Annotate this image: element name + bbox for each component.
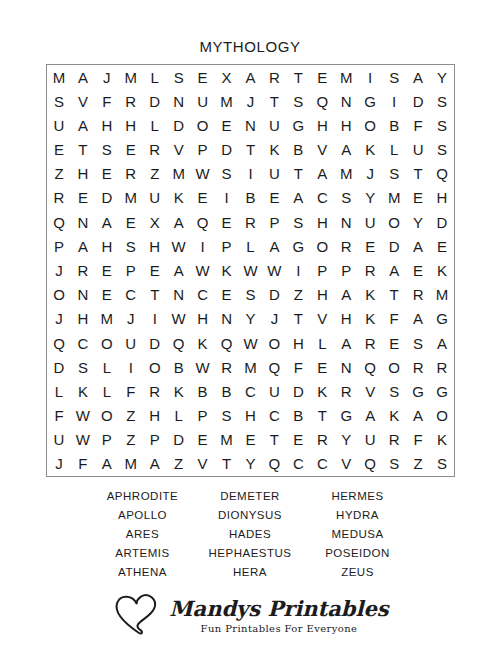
grid-cell: G	[430, 307, 454, 331]
grid-cell: S	[71, 355, 95, 379]
grid-cell: O	[382, 210, 406, 234]
grid-cell: E	[310, 65, 334, 89]
grid-cell: Q	[47, 331, 71, 355]
grid-cell: T	[239, 138, 263, 162]
grid-cell: G	[358, 89, 382, 113]
grid-cell: A	[334, 283, 358, 307]
grid-cell: R	[406, 355, 430, 379]
grid-cell: J	[47, 452, 71, 476]
grid-cell: L	[239, 234, 263, 258]
grid-cell: J	[47, 258, 71, 282]
grid-cell: B	[286, 138, 310, 162]
grid-cell: Z	[406, 452, 430, 476]
grid-cell: R	[119, 162, 143, 186]
grid-cell: A	[382, 258, 406, 282]
grid-cell: H	[334, 113, 358, 137]
word-list: APHRODITEAPOLLOARESARTEMISATHENADEMETERD…	[0, 487, 500, 582]
grid-cell: W	[191, 162, 215, 186]
grid-cell: P	[191, 403, 215, 427]
grid-cell: C	[262, 403, 286, 427]
grid-cell: O	[430, 403, 454, 427]
grid-cell: K	[430, 258, 454, 282]
word-list-item: ARTEMIS	[90, 544, 195, 563]
grid-cell: Q	[191, 210, 215, 234]
grid-cell: S	[239, 283, 263, 307]
grid-cell: Q	[358, 452, 382, 476]
grid-cell: G	[334, 403, 358, 427]
grid-cell: Q	[310, 89, 334, 113]
brand-logo: Mandys Printables Fun Printables For Eve…	[0, 588, 500, 642]
grid-cell: H	[95, 113, 119, 137]
grid-cell: N	[167, 89, 191, 113]
grid-cell: V	[167, 138, 191, 162]
grid-cell: O	[47, 283, 71, 307]
grid-cell: T	[262, 89, 286, 113]
grid-cell: Q	[358, 355, 382, 379]
grid-cell: H	[95, 234, 119, 258]
grid-cell: R	[358, 258, 382, 282]
grid-cell: R	[310, 428, 334, 452]
grid-cell: Z	[47, 162, 71, 186]
grid-cell: R	[143, 138, 167, 162]
grid-cell: J	[239, 89, 263, 113]
grid-cell: D	[95, 186, 119, 210]
grid-cell: D	[47, 355, 71, 379]
grid-cell: H	[430, 186, 454, 210]
grid-cell: I	[143, 307, 167, 331]
word-list-column-2: DEMETERDIONYSUSHADESHEPHAESTUSHERA	[195, 487, 305, 582]
grid-cell: A	[239, 65, 263, 89]
grid-cell: R	[262, 65, 286, 89]
grid-cell: U	[262, 379, 286, 403]
grid-cell: E	[310, 355, 334, 379]
grid-cell: B	[191, 379, 215, 403]
grid-cell: M	[215, 89, 239, 113]
grid-cell: R	[334, 234, 358, 258]
grid-cell: F	[71, 452, 95, 476]
grid-cell: T	[286, 162, 310, 186]
grid-cell: L	[47, 379, 71, 403]
grid-cell: V	[71, 89, 95, 113]
grid-cell: I	[239, 162, 263, 186]
grid-cell: E	[191, 65, 215, 89]
grid-cell: O	[95, 331, 119, 355]
grid-cell: A	[310, 162, 334, 186]
grid-cell: E	[406, 258, 430, 282]
grid-cell: F	[119, 379, 143, 403]
grid-cell: C	[310, 186, 334, 210]
word-list-item: HADES	[195, 525, 305, 544]
grid-cell: C	[119, 283, 143, 307]
grid-cell: Y	[334, 428, 358, 452]
grid-cell: I	[215, 186, 239, 210]
grid-cell: I	[358, 65, 382, 89]
grid-cell: O	[358, 113, 382, 137]
grid-cell: W	[167, 234, 191, 258]
grid-cell: P	[95, 428, 119, 452]
grid-cell: E	[262, 186, 286, 210]
grid-cell: L	[95, 379, 119, 403]
grid-cell: K	[358, 307, 382, 331]
grid-cell: K	[191, 331, 215, 355]
grid-cell: E	[286, 428, 310, 452]
word-list-column-3: HERMESHYDRAMEDUSAPOSEIDONZEUS	[305, 487, 410, 582]
word-list-item: MEDUSA	[305, 525, 410, 544]
grid-cell: V	[310, 307, 334, 331]
grid-cell: E	[71, 186, 95, 210]
grid-cell: A	[406, 234, 430, 258]
word-list-item: ZEUS	[305, 563, 410, 582]
grid-cell: D	[143, 89, 167, 113]
grid-cell: F	[382, 307, 406, 331]
grid-cell: P	[191, 138, 215, 162]
grid-cell: L	[143, 65, 167, 89]
grid-cell: C	[71, 331, 95, 355]
grid-cell: A	[167, 258, 191, 282]
grid-cell: A	[71, 113, 95, 137]
grid-cell: E	[95, 162, 119, 186]
grid-cell: B	[239, 186, 263, 210]
grid-cell: P	[143, 428, 167, 452]
word-grid: MAJMLSEXARTEMISAYSVFRDNUMJTSQNGIDSUAHHLD…	[46, 64, 455, 477]
grid-cell: H	[191, 307, 215, 331]
grid-cell: M	[167, 162, 191, 186]
grid-cell: T	[286, 307, 310, 331]
grid-cell: J	[358, 162, 382, 186]
brand-tagline: Fun Printables For Everyone	[201, 623, 358, 634]
grid-cell: M	[334, 162, 358, 186]
grid-cell: K	[430, 428, 454, 452]
grid-cell: S	[286, 89, 310, 113]
word-list-item: HERMES	[305, 487, 410, 506]
grid-cell: C	[286, 452, 310, 476]
grid-cell: B	[286, 403, 310, 427]
grid-cell: D	[406, 89, 430, 113]
grid-cell: C	[191, 283, 215, 307]
grid-cell: H	[310, 283, 334, 307]
grid-cell: C	[239, 379, 263, 403]
grid-cell: T	[262, 428, 286, 452]
grid-cell: M	[119, 186, 143, 210]
grid-cell: I	[191, 234, 215, 258]
grid-cell: T	[286, 65, 310, 89]
grid-cell: S	[430, 89, 454, 113]
grid-cell: K	[358, 283, 382, 307]
grid-cell: S	[382, 65, 406, 89]
grid-cell: P	[119, 258, 143, 282]
grid-cell: D	[286, 379, 310, 403]
grid-cell: T	[406, 162, 430, 186]
grid-cell: K	[215, 258, 239, 282]
grid-cell: E	[239, 428, 263, 452]
grid-cell: R	[406, 283, 430, 307]
grid-cell: A	[334, 138, 358, 162]
grid-cell: G	[286, 113, 310, 137]
grid-cell: Q	[47, 210, 71, 234]
grid-cell: P	[215, 234, 239, 258]
grid-cell: V	[191, 452, 215, 476]
grid-cell: O	[310, 234, 334, 258]
grid-cell: A	[71, 65, 95, 89]
grid-cell: D	[143, 331, 167, 355]
grid-cell: H	[286, 331, 310, 355]
grid-cell: R	[358, 331, 382, 355]
grid-cell: M	[430, 283, 454, 307]
grid-cell: A	[167, 210, 191, 234]
grid-cell: E	[215, 210, 239, 234]
grid-cell: Y	[239, 307, 263, 331]
grid-cell: W	[71, 428, 95, 452]
grid-cell: R	[430, 355, 454, 379]
grid-cell: A	[406, 65, 430, 89]
grid-cell: V	[358, 379, 382, 403]
grid-cell: Y	[406, 210, 430, 234]
grid-cell: F	[406, 428, 430, 452]
word-list-item: DIONYSUS	[195, 506, 305, 525]
grid-cell: L	[143, 113, 167, 137]
grid-cell: H	[143, 234, 167, 258]
grid-cell: F	[406, 113, 430, 137]
grid-cell: D	[167, 113, 191, 137]
grid-cell: N	[334, 355, 358, 379]
grid-cell: M	[119, 65, 143, 89]
grid-cell: P	[262, 210, 286, 234]
grid-cell: K	[382, 403, 406, 427]
grid-cell: D	[215, 138, 239, 162]
grid-cell: L	[310, 331, 334, 355]
grid-cell: D	[430, 210, 454, 234]
grid-cell: K	[167, 186, 191, 210]
grid-cell: A	[143, 452, 167, 476]
grid-cell: Z	[167, 452, 191, 476]
grid-cell: W	[191, 355, 215, 379]
word-list-item: ARES	[90, 525, 195, 544]
grid-cell: R	[143, 379, 167, 403]
grid-cell: A	[406, 307, 430, 331]
grid-cell: O	[143, 355, 167, 379]
grid-cell: J	[47, 307, 71, 331]
grid-cell: L	[382, 138, 406, 162]
grid-cell: I	[119, 355, 143, 379]
grid-cell: A	[95, 210, 119, 234]
grid-cell: E	[191, 186, 215, 210]
grid-cell: H	[239, 403, 263, 427]
grid-cell: O	[262, 331, 286, 355]
grid-cell: X	[215, 65, 239, 89]
grid-cell: P	[310, 258, 334, 282]
grid-cell: M	[239, 355, 263, 379]
grid-cell: Z	[143, 162, 167, 186]
grid-cell: E	[119, 138, 143, 162]
grid-cell: T	[71, 138, 95, 162]
grid-cell: N	[215, 307, 239, 331]
grid-cell: S	[334, 186, 358, 210]
grid-cell: G	[406, 379, 430, 403]
grid-cell: E	[358, 234, 382, 258]
grid-cell: R	[47, 186, 71, 210]
grid-cell: S	[167, 65, 191, 89]
grid-cell: T	[143, 283, 167, 307]
grid-cell: A	[430, 331, 454, 355]
grid-cell: Q	[262, 355, 286, 379]
grid-cell: J	[119, 307, 143, 331]
grid-cell: T	[382, 283, 406, 307]
grid-cell: E	[47, 138, 71, 162]
grid-cell: R	[215, 355, 239, 379]
grid-cell: U	[47, 428, 71, 452]
grid-cell: T	[215, 452, 239, 476]
grid-cell: K	[167, 379, 191, 403]
grid-cell: A	[71, 234, 95, 258]
grid-cell: E	[382, 331, 406, 355]
word-list-item: ATHENA	[90, 563, 195, 582]
grid-cell: S	[382, 379, 406, 403]
grid-cell: W	[262, 258, 286, 282]
grid-cell: U	[191, 89, 215, 113]
grid-cell: V	[334, 452, 358, 476]
grid-cell: I	[382, 89, 406, 113]
grid-cell: R	[382, 428, 406, 452]
grid-cell: Y	[430, 65, 454, 89]
grid-cell: Y	[239, 452, 263, 476]
brand-name: Mandys Printables	[169, 597, 388, 621]
grid-cell: F	[47, 403, 71, 427]
grid-cell: Z	[119, 428, 143, 452]
grid-cell: U	[119, 331, 143, 355]
grid-cell: E	[215, 283, 239, 307]
grid-cell: U	[406, 138, 430, 162]
grid-cell: H	[310, 210, 334, 234]
grid-cell: E	[191, 428, 215, 452]
grid-cell: M	[95, 307, 119, 331]
word-list-item: HERA	[195, 563, 305, 582]
grid-cell: H	[71, 162, 95, 186]
grid-cell: L	[95, 355, 119, 379]
grid-cell: U	[143, 186, 167, 210]
grid-cell: A	[262, 234, 286, 258]
grid-cell: S	[430, 113, 454, 137]
grid-cell: A	[406, 403, 430, 427]
grid-cell: K	[71, 379, 95, 403]
grid-cell: S	[95, 138, 119, 162]
grid-cell: G	[430, 379, 454, 403]
grid-cell: L	[167, 403, 191, 427]
grid-cell: A	[358, 403, 382, 427]
heart-icon	[109, 585, 168, 644]
grid-cell: W	[239, 331, 263, 355]
grid-cell: M	[215, 428, 239, 452]
grid-cell: K	[262, 138, 286, 162]
grid-cell: S	[406, 331, 430, 355]
grid-cell: W	[71, 403, 95, 427]
grid-cell: O	[95, 403, 119, 427]
grid-cell: S	[286, 210, 310, 234]
word-list-item: DEMETER	[195, 487, 305, 506]
page-title: MYTHOLOGY	[0, 38, 500, 55]
grid-cell: S	[430, 452, 454, 476]
grid-cell: N	[167, 283, 191, 307]
grid-cell: R	[71, 258, 95, 282]
grid-cell: Q	[215, 331, 239, 355]
grid-cell: H	[71, 307, 95, 331]
grid-cell: M	[334, 65, 358, 89]
grid-cell: H	[143, 403, 167, 427]
grid-cell: P	[47, 234, 71, 258]
grid-cell: J	[95, 65, 119, 89]
grid-cell: U	[358, 210, 382, 234]
grid-cell: S	[430, 138, 454, 162]
grid-cell: E	[95, 283, 119, 307]
grid-cell: N	[71, 283, 95, 307]
grid-cell: W	[191, 258, 215, 282]
grid-cell: S	[382, 452, 406, 476]
grid-cell: D	[382, 234, 406, 258]
grid-cell: B	[382, 113, 406, 137]
grid-cell: N	[239, 113, 263, 137]
grid-cell: F	[286, 355, 310, 379]
grid-cell: O	[191, 113, 215, 137]
grid-cell: A	[334, 331, 358, 355]
grid-cell: U	[358, 428, 382, 452]
grid-cell: X	[143, 210, 167, 234]
grid-cell: E	[95, 258, 119, 282]
grid-cell: D	[167, 428, 191, 452]
grid-cell: U	[47, 113, 71, 137]
word-list-item: HEPHAESTUS	[195, 544, 305, 563]
grid-cell: V	[310, 138, 334, 162]
grid-cell: H	[310, 113, 334, 137]
grid-cell: S	[47, 89, 71, 113]
grid-cell: W	[239, 258, 263, 282]
grid-cell: U	[262, 162, 286, 186]
grid-cell: K	[358, 138, 382, 162]
word-list-column-1: APHRODITEAPOLLOARESARTEMISATHENA	[90, 487, 195, 582]
grid-cell: R	[119, 89, 143, 113]
grid-cell: H	[334, 307, 358, 331]
word-list-item: POSEIDON	[305, 544, 410, 563]
logo-text: Mandys Printables Fun Printables For Eve…	[169, 597, 388, 634]
grid-cell: A	[286, 186, 310, 210]
grid-cell: N	[334, 89, 358, 113]
grid-cell: I	[286, 258, 310, 282]
grid-cell: S	[382, 162, 406, 186]
grid-cell: E	[143, 258, 167, 282]
grid-cell: C	[310, 452, 334, 476]
word-list-item: HYDRA	[305, 506, 410, 525]
grid-cell: Q	[262, 452, 286, 476]
grid-cell: S	[119, 234, 143, 258]
grid-cell: M	[119, 452, 143, 476]
grid-cell: O	[382, 355, 406, 379]
grid-cell: P	[334, 258, 358, 282]
grid-cell: M	[47, 65, 71, 89]
grid-cell: E	[119, 210, 143, 234]
grid-cell: S	[215, 403, 239, 427]
grid-cell: K	[310, 379, 334, 403]
grid-cell: E	[406, 186, 430, 210]
word-list-item: APHRODITE	[90, 487, 195, 506]
grid-cell: U	[262, 113, 286, 137]
grid-cell: F	[95, 89, 119, 113]
grid-cell: D	[262, 283, 286, 307]
grid-cell: Y	[358, 186, 382, 210]
grid-cell: R	[239, 210, 263, 234]
grid-cell: Q	[430, 162, 454, 186]
grid-cell: T	[310, 403, 334, 427]
word-list-item: APOLLO	[90, 506, 195, 525]
grid-cell: E	[215, 113, 239, 137]
grid-cell: Z	[286, 283, 310, 307]
